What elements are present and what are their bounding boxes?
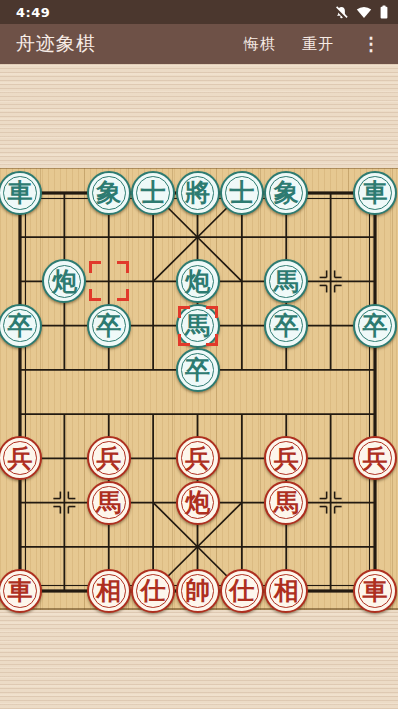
board-point[interactable]: [308, 304, 352, 348]
board-point[interactable]: [220, 436, 264, 480]
board-point[interactable]: [0, 525, 42, 569]
board-point[interactable]: 馬: [264, 259, 308, 303]
board-point[interactable]: 士: [131, 171, 175, 215]
board-point[interactable]: 相: [264, 569, 308, 613]
wifi-icon: [356, 5, 372, 20]
board-point[interactable]: 仕: [220, 569, 264, 613]
board-point[interactable]: 炮: [175, 259, 219, 303]
board-point[interactable]: [87, 215, 131, 259]
piece-black-卒[interactable]: 卒: [353, 304, 397, 348]
piece-black-卒[interactable]: 卒: [264, 304, 308, 348]
app-bar: 舟迹象棋 悔棋 重开 ⋮: [0, 24, 398, 64]
piece-black-卒[interactable]: 卒: [87, 304, 131, 348]
board-point[interactable]: [42, 171, 86, 215]
piece-black-卒[interactable]: 卒: [0, 304, 42, 348]
board-point[interactable]: [0, 348, 42, 392]
board-point[interactable]: 卒: [264, 304, 308, 348]
board-point[interactable]: [0, 259, 42, 303]
board-point[interactable]: [264, 215, 308, 259]
board-point[interactable]: [131, 259, 175, 303]
clock: 4:49: [16, 5, 50, 20]
piece-red-兵[interactable]: 兵: [176, 436, 220, 480]
piece-red-兵[interactable]: 兵: [264, 436, 308, 480]
board-point[interactable]: [308, 348, 352, 392]
board-point[interactable]: 車: [0, 569, 42, 613]
board-grid: 車象士將士象車炮炮馬卒卒馬卒卒卒兵兵兵兵兵馬炮馬車相仕帥仕相車: [0, 171, 397, 613]
board-point[interactable]: [42, 525, 86, 569]
board-point[interactable]: [131, 436, 175, 480]
board-point[interactable]: 卒: [87, 304, 131, 348]
board-point[interactable]: 仕: [131, 569, 175, 613]
board-point[interactable]: 馬: [264, 480, 308, 524]
piece-black-卒[interactable]: 卒: [176, 348, 220, 392]
xiangqi-board[interactable]: 車象士將士象車炮炮馬卒卒馬卒卒卒兵兵兵兵兵馬炮馬車相仕帥仕相車: [0, 168, 398, 610]
piece-red-相[interactable]: 相: [264, 569, 308, 613]
piece-black-象[interactable]: 象: [264, 171, 308, 215]
overflow-menu-button[interactable]: ⋮: [360, 35, 382, 53]
board-point[interactable]: [175, 525, 219, 569]
board-point[interactable]: 兵: [175, 436, 219, 480]
board-point[interactable]: [87, 392, 131, 436]
piece-red-馬[interactable]: 馬: [264, 481, 308, 525]
notifications-off-icon: [334, 5, 349, 20]
board-point[interactable]: [0, 215, 42, 259]
board-point[interactable]: [131, 304, 175, 348]
board-point[interactable]: [353, 392, 397, 436]
board-point[interactable]: [308, 436, 352, 480]
board-point[interactable]: 兵: [264, 436, 308, 480]
board-point[interactable]: [353, 480, 397, 524]
board-point[interactable]: [353, 348, 397, 392]
board-point[interactable]: [131, 215, 175, 259]
board-point[interactable]: [87, 525, 131, 569]
board-point[interactable]: [308, 569, 352, 613]
board-point[interactable]: [264, 525, 308, 569]
board-point[interactable]: 馬: [87, 480, 131, 524]
board-point[interactable]: [220, 525, 264, 569]
page-title: 舟迹象棋: [16, 31, 96, 57]
board-point[interactable]: [220, 348, 264, 392]
board-point[interactable]: 馬: [175, 304, 219, 348]
board-point[interactable]: [264, 392, 308, 436]
piece-red-兵[interactable]: 兵: [0, 436, 42, 480]
piece-red-炮[interactable]: 炮: [176, 481, 220, 525]
piece-red-車[interactable]: 車: [0, 569, 42, 613]
board-point[interactable]: [220, 304, 264, 348]
board-point[interactable]: [42, 304, 86, 348]
piece-red-兵[interactable]: 兵: [353, 436, 397, 480]
board-point[interactable]: 炮: [42, 259, 86, 303]
board-point[interactable]: [87, 259, 131, 303]
board-point[interactable]: [131, 392, 175, 436]
board-point[interactable]: 兵: [0, 436, 42, 480]
piece-black-將[interactable]: 將: [176, 171, 220, 215]
board-point[interactable]: [131, 525, 175, 569]
board-point[interactable]: 相: [87, 569, 131, 613]
board-point[interactable]: 象: [264, 171, 308, 215]
piece-black-士[interactable]: 士: [220, 171, 264, 215]
board-point[interactable]: [353, 215, 397, 259]
board-point[interactable]: [308, 215, 352, 259]
piece-red-仕[interactable]: 仕: [220, 569, 264, 613]
board-point[interactable]: 車: [0, 171, 42, 215]
piece-black-馬[interactable]: 馬: [176, 304, 220, 348]
board-point[interactable]: [220, 215, 264, 259]
piece-red-車[interactable]: 車: [353, 569, 397, 613]
piece-black-車[interactable]: 車: [0, 171, 42, 215]
status-icons: [334, 4, 389, 20]
board-point[interactable]: [0, 392, 42, 436]
board-point[interactable]: [308, 259, 352, 303]
board-point[interactable]: [308, 171, 352, 215]
board-point[interactable]: [42, 569, 86, 613]
board-point[interactable]: [175, 392, 219, 436]
board-point[interactable]: [264, 348, 308, 392]
piece-black-象[interactable]: 象: [87, 171, 131, 215]
board-point[interactable]: [42, 480, 86, 524]
board-point[interactable]: 炮: [175, 480, 219, 524]
piece-red-相[interactable]: 相: [87, 569, 131, 613]
status-bar: 4:49: [0, 0, 398, 24]
board-point[interactable]: 士: [220, 171, 264, 215]
board-point[interactable]: 車: [353, 569, 397, 613]
board-point[interactable]: [353, 259, 397, 303]
board-point[interactable]: 兵: [87, 436, 131, 480]
board-point[interactable]: 卒: [175, 348, 219, 392]
board-point[interactable]: [220, 259, 264, 303]
board-point[interactable]: 象: [87, 171, 131, 215]
battery-icon: [379, 4, 389, 20]
board-point[interactable]: [353, 525, 397, 569]
board-point[interactable]: [42, 436, 86, 480]
board-point[interactable]: [42, 348, 86, 392]
wood-background: 車象士將士象車炮炮馬卒卒馬卒卒卒兵兵兵兵兵馬炮馬車相仕帥仕相車: [0, 64, 398, 709]
board-point[interactable]: [42, 215, 86, 259]
board-point[interactable]: [308, 392, 352, 436]
last-move-from-marker: [89, 261, 129, 301]
board-point[interactable]: 卒: [353, 304, 397, 348]
board-point[interactable]: [220, 480, 264, 524]
board-point[interactable]: [308, 525, 352, 569]
restart-game-button[interactable]: 重开: [302, 35, 334, 54]
board-point[interactable]: [131, 480, 175, 524]
piece-black-士[interactable]: 士: [131, 171, 175, 215]
board-point[interactable]: [87, 348, 131, 392]
piece-red-仕[interactable]: 仕: [131, 569, 175, 613]
board-point[interactable]: [42, 392, 86, 436]
board-point[interactable]: 帥: [175, 569, 219, 613]
piece-red-馬[interactable]: 馬: [87, 481, 131, 525]
piece-red-帥[interactable]: 帥: [176, 569, 220, 613]
board-point[interactable]: [131, 348, 175, 392]
undo-move-button[interactable]: 悔棋: [244, 35, 276, 54]
board-point[interactable]: 卒: [0, 304, 42, 348]
piece-black-炮[interactable]: 炮: [176, 259, 220, 303]
piece-black-炮[interactable]: 炮: [42, 259, 86, 303]
piece-black-馬[interactable]: 馬: [264, 259, 308, 303]
board-point[interactable]: 車: [353, 171, 397, 215]
board-point[interactable]: 將: [175, 171, 219, 215]
app-screen: 4:49 舟迹象棋 悔棋 重开 ⋮ 車象士: [0, 0, 398, 709]
board-point[interactable]: [220, 392, 264, 436]
board-point[interactable]: 兵: [353, 436, 397, 480]
board-point[interactable]: [0, 480, 42, 524]
board-point[interactable]: [308, 480, 352, 524]
board-point[interactable]: [175, 215, 219, 259]
piece-red-兵[interactable]: 兵: [87, 436, 131, 480]
piece-black-車[interactable]: 車: [353, 171, 397, 215]
